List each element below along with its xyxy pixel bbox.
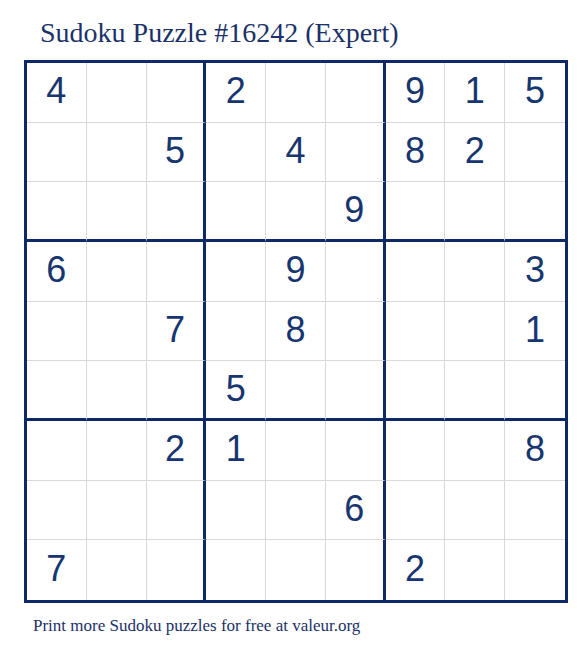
cell-r5c5: 8 <box>266 302 326 362</box>
given-digit: 8 <box>285 312 305 348</box>
cell-r7c4: 1 <box>206 421 266 481</box>
cell-r9c9 <box>505 540 565 600</box>
page-title: Sudoku Puzzle #16242 (Expert) <box>40 16 399 50</box>
cell-r5c1 <box>27 302 87 362</box>
given-digit: 9 <box>344 192 364 228</box>
cell-r9c6 <box>326 540 386 600</box>
cell-r1c3 <box>147 63 207 123</box>
cell-r9c8 <box>445 540 505 600</box>
given-digit: 7 <box>46 551 66 587</box>
cell-r3c5 <box>266 182 326 242</box>
cell-r1c6 <box>326 63 386 123</box>
cell-r5c6 <box>326 302 386 362</box>
cell-r6c7 <box>386 361 446 421</box>
cell-r9c2 <box>87 540 147 600</box>
cell-r4c3 <box>147 242 207 302</box>
given-digit: 5 <box>165 133 185 169</box>
cell-r7c1 <box>27 421 87 481</box>
given-digit: 1 <box>525 312 545 348</box>
given-digit: 3 <box>525 252 545 288</box>
given-digit: 1 <box>465 73 485 109</box>
cell-r2c8: 2 <box>445 123 505 183</box>
cell-r8c6: 6 <box>326 481 386 541</box>
cell-r3c4 <box>206 182 266 242</box>
cell-r1c1: 4 <box>27 63 87 123</box>
cell-r1c5 <box>266 63 326 123</box>
cell-r9c5 <box>266 540 326 600</box>
cell-r5c7 <box>386 302 446 362</box>
cell-r8c2 <box>87 481 147 541</box>
cell-r4c2 <box>87 242 147 302</box>
cell-r2c5: 4 <box>266 123 326 183</box>
given-digit: 2 <box>165 431 185 467</box>
cell-r1c7: 9 <box>386 63 446 123</box>
cell-r7c2 <box>87 421 147 481</box>
cell-r6c2 <box>87 361 147 421</box>
cell-r4c7 <box>386 242 446 302</box>
given-digit: 2 <box>465 133 485 169</box>
cell-r3c1 <box>27 182 87 242</box>
cell-r7c6 <box>326 421 386 481</box>
cell-r4c8 <box>445 242 505 302</box>
cell-r9c3 <box>147 540 207 600</box>
cell-r5c3: 7 <box>147 302 207 362</box>
cell-r6c8 <box>445 361 505 421</box>
cell-r8c1 <box>27 481 87 541</box>
cell-r9c1: 7 <box>27 540 87 600</box>
cell-r4c4 <box>206 242 266 302</box>
given-digit: 6 <box>344 491 364 527</box>
cell-r2c9 <box>505 123 565 183</box>
cell-r3c7 <box>386 182 446 242</box>
given-digit: 9 <box>405 73 425 109</box>
cell-r2c6 <box>326 123 386 183</box>
given-digit: 6 <box>46 252 66 288</box>
cell-r4c5: 9 <box>266 242 326 302</box>
given-digit: 9 <box>285 252 305 288</box>
cell-r6c6 <box>326 361 386 421</box>
cell-r5c8 <box>445 302 505 362</box>
cell-r5c2 <box>87 302 147 362</box>
cell-r2c1 <box>27 123 87 183</box>
cell-r3c2 <box>87 182 147 242</box>
cell-r2c7: 8 <box>386 123 446 183</box>
cell-r7c3: 2 <box>147 421 207 481</box>
cell-r1c8: 1 <box>445 63 505 123</box>
cell-r5c4 <box>206 302 266 362</box>
cell-r5c9: 1 <box>505 302 565 362</box>
given-digit: 4 <box>285 133 305 169</box>
cell-r9c4 <box>206 540 266 600</box>
cell-r6c5 <box>266 361 326 421</box>
cell-r2c3: 5 <box>147 123 207 183</box>
cell-r6c4: 5 <box>206 361 266 421</box>
given-digit: 4 <box>46 73 66 109</box>
cell-r1c4: 2 <box>206 63 266 123</box>
cell-r8c9 <box>505 481 565 541</box>
cell-r4c1: 6 <box>27 242 87 302</box>
cell-r4c6 <box>326 242 386 302</box>
cell-r4c9: 3 <box>505 242 565 302</box>
cell-r3c6: 9 <box>326 182 386 242</box>
cell-r3c8 <box>445 182 505 242</box>
given-digit: 7 <box>165 312 185 348</box>
cell-r2c4 <box>206 123 266 183</box>
cell-r1c2 <box>87 63 147 123</box>
given-digit: 5 <box>525 73 545 109</box>
footer-text: Print more Sudoku puzzles for free at va… <box>33 615 360 637</box>
cell-r8c3 <box>147 481 207 541</box>
given-digit: 1 <box>226 431 246 467</box>
cell-r1c9: 5 <box>505 63 565 123</box>
cell-r6c9 <box>505 361 565 421</box>
sudoku-board: 42915548296937815218672 <box>24 60 568 603</box>
cell-r3c3 <box>147 182 207 242</box>
cell-r7c5 <box>266 421 326 481</box>
cell-r8c4 <box>206 481 266 541</box>
cell-r9c7: 2 <box>386 540 446 600</box>
cell-r7c8 <box>445 421 505 481</box>
cell-r2c2 <box>87 123 147 183</box>
cell-r8c5 <box>266 481 326 541</box>
sudoku-page: Sudoku Puzzle #16242 (Expert) 4291554829… <box>0 0 580 651</box>
cell-r8c7 <box>386 481 446 541</box>
given-digit: 2 <box>226 73 246 109</box>
given-digit: 8 <box>525 431 545 467</box>
given-digit: 2 <box>405 551 425 587</box>
cell-r7c7 <box>386 421 446 481</box>
cell-r7c9: 8 <box>505 421 565 481</box>
cell-r6c3 <box>147 361 207 421</box>
cell-r8c8 <box>445 481 505 541</box>
cell-r3c9 <box>505 182 565 242</box>
cell-r6c1 <box>27 361 87 421</box>
given-digit: 8 <box>405 133 425 169</box>
given-digit: 5 <box>226 371 246 407</box>
